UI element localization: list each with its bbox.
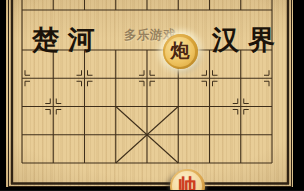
river-label-chu-he: 楚河	[32, 24, 104, 56]
piece-black-cannon[interactable]: 炮	[163, 34, 198, 69]
xiangqi-video-frame: 楚河 汉界 多乐游戏 炮帅	[0, 0, 304, 190]
river-label-han-jie: 汉界	[212, 24, 284, 56]
piece-character: 炮	[171, 41, 190, 60]
piece-face: 炮	[165, 37, 195, 67]
piece-face: 帅	[172, 171, 202, 190]
piece-character: 帅	[178, 176, 197, 191]
